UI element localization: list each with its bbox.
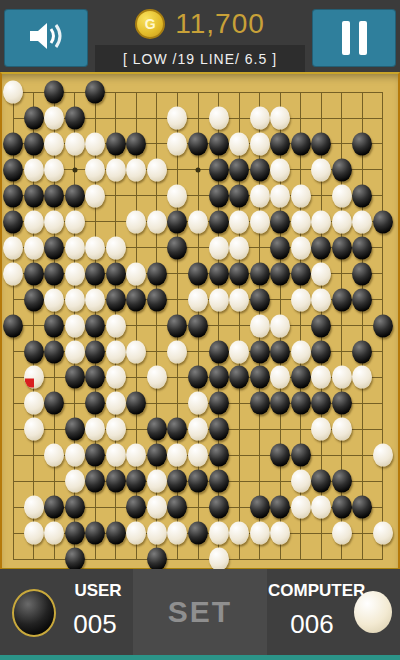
white-stone <box>147 522 167 545</box>
black-stone <box>373 210 393 233</box>
black-stone <box>85 340 105 363</box>
black-stone <box>44 262 64 285</box>
black-stone <box>65 106 85 129</box>
white-stone <box>44 210 64 233</box>
white-stone <box>352 366 372 389</box>
white-stone <box>291 340 311 363</box>
white-stone <box>85 184 105 207</box>
bottom-bar: USER 005 SET COMPUTER 006 <box>0 569 400 655</box>
black-stone <box>311 470 331 493</box>
set-button-label: SET <box>168 595 232 629</box>
black-stone <box>311 314 331 337</box>
black-stone <box>126 470 146 493</box>
black-stone <box>229 184 249 207</box>
black-stone <box>188 470 208 493</box>
white-stone <box>291 288 311 311</box>
white-stone <box>65 444 85 467</box>
white-stone <box>270 106 290 129</box>
black-stone <box>106 522 126 545</box>
black-stone <box>24 184 44 207</box>
white-stone <box>44 158 64 181</box>
black-stone <box>311 236 331 259</box>
white-stone <box>209 548 229 571</box>
user-label: USER <box>62 581 134 601</box>
white-stone <box>311 418 331 441</box>
black-stone <box>24 340 44 363</box>
white-stone <box>332 522 352 545</box>
black-stone <box>188 522 208 545</box>
black-stone <box>167 470 187 493</box>
black-stone <box>352 184 372 207</box>
black-stone <box>44 314 64 337</box>
white-stone <box>106 444 126 467</box>
black-stone <box>167 418 187 441</box>
white-stone <box>291 470 311 493</box>
white-stone <box>209 106 229 129</box>
pause-button[interactable] <box>312 9 396 67</box>
white-stone <box>65 288 85 311</box>
black-stone <box>65 366 85 389</box>
black-stone <box>126 132 146 155</box>
black-stone <box>250 392 270 415</box>
white-stone <box>167 522 187 545</box>
white-stone <box>167 132 187 155</box>
black-stone <box>24 132 44 155</box>
black-stone <box>250 262 270 285</box>
black-stone <box>85 366 105 389</box>
white-stone <box>229 132 249 155</box>
white-stone <box>147 158 167 181</box>
white-stone <box>332 184 352 207</box>
black-stone <box>209 262 229 285</box>
black-stone <box>352 262 372 285</box>
white-stone <box>311 262 331 285</box>
black-stone <box>147 548 167 571</box>
white-stone <box>270 314 290 337</box>
white-stone <box>188 444 208 467</box>
black-stone <box>209 392 229 415</box>
white-stone <box>311 158 331 181</box>
white-stone <box>270 184 290 207</box>
black-stone <box>106 132 126 155</box>
black-stone <box>332 158 352 181</box>
black-stone <box>209 184 229 207</box>
black-stone <box>270 210 290 233</box>
black-stone <box>188 262 208 285</box>
white-stone <box>229 288 249 311</box>
white-stone <box>373 522 393 545</box>
black-stone <box>3 210 23 233</box>
star-point <box>72 167 77 172</box>
white-stone <box>147 210 167 233</box>
black-stone <box>126 496 146 519</box>
white-stone <box>126 340 146 363</box>
black-stone <box>311 392 331 415</box>
black-stone <box>270 444 290 467</box>
computer-score: 006 <box>272 609 352 640</box>
black-stone <box>332 496 352 519</box>
black-stone <box>126 288 146 311</box>
black-stone <box>85 314 105 337</box>
black-stone <box>3 184 23 207</box>
black-stone <box>167 236 187 259</box>
black-stone <box>24 106 44 129</box>
black-stone <box>373 314 393 337</box>
white-stone <box>291 210 311 233</box>
black-stone <box>65 418 85 441</box>
white-stone-avatar <box>354 591 392 633</box>
white-stone <box>126 262 146 285</box>
white-stone <box>270 158 290 181</box>
black-stone <box>106 262 126 285</box>
black-stone <box>44 236 64 259</box>
white-stone <box>24 418 44 441</box>
black-stone <box>44 496 64 519</box>
black-stone <box>209 444 229 467</box>
white-stone <box>188 288 208 311</box>
black-stone <box>3 314 23 337</box>
white-stone <box>352 210 372 233</box>
black-stone <box>332 392 352 415</box>
black-stone <box>65 548 85 571</box>
white-stone <box>65 314 85 337</box>
black-stone <box>65 184 85 207</box>
white-stone <box>311 496 331 519</box>
black-stone <box>270 340 290 363</box>
black-stone <box>24 262 44 285</box>
white-stone <box>3 236 23 259</box>
white-stone <box>85 158 105 181</box>
white-stone <box>270 522 290 545</box>
black-stone <box>85 444 105 467</box>
game-info-strip: [ LOW /19 LINE/ 6.5 ] <box>95 45 305 72</box>
white-stone <box>24 496 44 519</box>
coin-balance: 11,700 <box>175 8 265 40</box>
speaker-icon <box>26 18 66 58</box>
white-stone <box>250 106 270 129</box>
sound-button[interactable] <box>4 9 88 67</box>
white-stone <box>188 392 208 415</box>
white-stone <box>106 392 126 415</box>
white-stone <box>106 418 126 441</box>
white-stone <box>147 366 167 389</box>
black-stone <box>188 132 208 155</box>
white-stone <box>126 444 146 467</box>
white-stone <box>311 288 331 311</box>
black-stone <box>311 132 331 155</box>
black-stone <box>65 496 85 519</box>
black-stone <box>229 366 249 389</box>
user-score: 005 <box>55 609 135 640</box>
black-stone <box>24 288 44 311</box>
black-stone <box>147 262 167 285</box>
white-stone <box>65 210 85 233</box>
white-stone <box>24 392 44 415</box>
white-stone <box>106 314 126 337</box>
black-stone <box>85 81 105 104</box>
grid-line-horizontal <box>13 92 383 93</box>
white-stone <box>106 366 126 389</box>
black-stone <box>209 366 229 389</box>
black-stone <box>352 496 372 519</box>
white-stone <box>250 314 270 337</box>
black-stone <box>3 158 23 181</box>
white-stone <box>291 496 311 519</box>
white-stone <box>65 236 85 259</box>
white-stone <box>167 184 187 207</box>
white-stone <box>250 132 270 155</box>
black-stone <box>250 496 270 519</box>
black-stone <box>270 392 290 415</box>
white-stone <box>188 210 208 233</box>
white-stone <box>44 444 64 467</box>
white-stone <box>291 236 311 259</box>
white-stone <box>65 262 85 285</box>
black-stone <box>270 496 290 519</box>
black-stone <box>332 470 352 493</box>
black-stone <box>352 132 372 155</box>
black-stone <box>147 418 167 441</box>
black-stone <box>270 132 290 155</box>
black-stone <box>209 418 229 441</box>
white-stone <box>250 522 270 545</box>
black-stone <box>65 522 85 545</box>
black-stone <box>85 262 105 285</box>
black-stone <box>209 210 229 233</box>
black-stone <box>332 236 352 259</box>
black-stone <box>332 288 352 311</box>
black-stone <box>147 288 167 311</box>
white-stone <box>209 288 229 311</box>
black-stone <box>85 470 105 493</box>
white-stone <box>44 132 64 155</box>
black-stone <box>250 366 270 389</box>
white-stone <box>44 106 64 129</box>
white-stone <box>24 366 44 389</box>
black-stone <box>44 340 64 363</box>
black-stone <box>250 340 270 363</box>
black-stone <box>106 288 126 311</box>
white-stone <box>85 418 105 441</box>
white-stone <box>3 81 23 104</box>
black-stone <box>85 522 105 545</box>
set-button[interactable]: SET <box>133 569 267 655</box>
white-stone <box>291 184 311 207</box>
white-stone <box>311 210 331 233</box>
white-stone <box>311 366 331 389</box>
black-stone <box>291 392 311 415</box>
white-stone <box>209 236 229 259</box>
white-stone <box>167 106 187 129</box>
go-board[interactable] <box>0 72 400 571</box>
white-stone <box>44 288 64 311</box>
white-stone <box>147 496 167 519</box>
white-stone <box>126 158 146 181</box>
black-stone <box>209 340 229 363</box>
white-stone <box>24 158 44 181</box>
white-stone <box>3 262 23 285</box>
white-stone <box>229 210 249 233</box>
black-stone <box>291 132 311 155</box>
white-stone <box>85 236 105 259</box>
white-stone <box>126 210 146 233</box>
white-stone <box>332 366 352 389</box>
coin-icon: G <box>135 9 165 39</box>
white-stone <box>209 522 229 545</box>
black-stone <box>291 366 311 389</box>
black-stone <box>44 392 64 415</box>
black-stone <box>250 288 270 311</box>
white-stone <box>250 184 270 207</box>
black-stone <box>167 210 187 233</box>
black-stone <box>209 496 229 519</box>
black-stone <box>291 262 311 285</box>
black-stone <box>352 236 372 259</box>
white-stone <box>65 340 85 363</box>
black-stone <box>352 288 372 311</box>
white-stone <box>24 236 44 259</box>
white-stone <box>373 444 393 467</box>
white-stone <box>24 210 44 233</box>
black-stone <box>209 132 229 155</box>
white-stone <box>106 236 126 259</box>
white-stone <box>147 470 167 493</box>
black-stone <box>147 444 167 467</box>
black-stone <box>209 470 229 493</box>
white-stone <box>85 288 105 311</box>
white-stone <box>106 340 126 363</box>
white-stone <box>332 210 352 233</box>
white-stone <box>24 522 44 545</box>
white-stone <box>167 340 187 363</box>
black-stone <box>352 340 372 363</box>
top-bar: G 11,700 [ LOW /19 LINE/ 6.5 ] <box>0 0 400 72</box>
black-stone <box>229 262 249 285</box>
black-stone <box>126 392 146 415</box>
black-stone-avatar <box>12 589 56 637</box>
white-stone <box>332 418 352 441</box>
black-stone <box>44 81 64 104</box>
black-stone <box>229 158 249 181</box>
white-stone <box>126 522 146 545</box>
white-stone <box>188 418 208 441</box>
white-stone <box>65 470 85 493</box>
white-stone <box>85 132 105 155</box>
black-stone <box>188 366 208 389</box>
white-stone <box>229 236 249 259</box>
white-stone <box>106 158 126 181</box>
black-stone <box>167 496 187 519</box>
computer-label: COMPUTER <box>268 581 360 601</box>
white-stone <box>250 210 270 233</box>
black-stone <box>209 158 229 181</box>
black-stone <box>106 470 126 493</box>
black-stone <box>270 262 290 285</box>
white-stone <box>44 522 64 545</box>
coin-balance-row: G 11,700 <box>96 4 304 44</box>
black-stone <box>167 314 187 337</box>
black-stone <box>85 392 105 415</box>
white-stone <box>229 340 249 363</box>
black-stone <box>188 314 208 337</box>
pause-icon <box>342 21 367 55</box>
black-stone <box>270 236 290 259</box>
white-stone <box>65 132 85 155</box>
white-stone <box>270 366 290 389</box>
black-stone <box>311 340 331 363</box>
white-stone <box>229 522 249 545</box>
black-stone <box>3 132 23 155</box>
black-stone <box>44 184 64 207</box>
black-stone <box>291 444 311 467</box>
last-move-marker <box>25 379 34 388</box>
black-stone <box>250 158 270 181</box>
go-app-screen: G 11,700 [ LOW /19 LINE/ 6.5 ] USER 005 … <box>0 0 400 660</box>
white-stone <box>167 444 187 467</box>
star-point <box>195 167 200 172</box>
